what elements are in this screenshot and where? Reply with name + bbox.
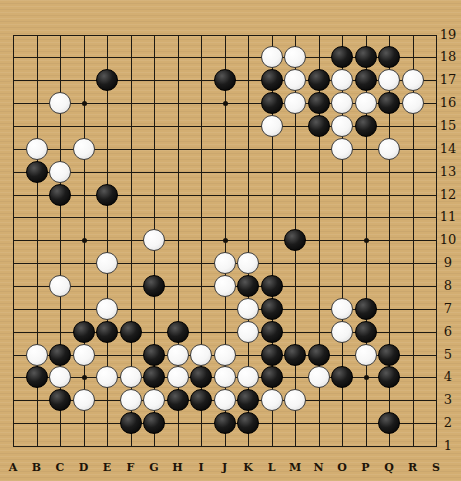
white-stone <box>96 298 118 320</box>
black-stone <box>378 412 400 434</box>
star-point <box>82 101 87 106</box>
black-stone <box>120 412 142 434</box>
white-stone <box>214 252 236 274</box>
white-stone <box>331 298 353 320</box>
black-stone <box>49 389 71 411</box>
white-stone <box>284 46 306 68</box>
row-label: 17 <box>438 72 458 88</box>
row-label: 14 <box>438 141 458 157</box>
column-label: B <box>29 461 45 475</box>
black-stone <box>190 389 212 411</box>
white-stone <box>284 389 306 411</box>
black-stone <box>49 184 71 206</box>
white-stone <box>331 138 353 160</box>
black-stone <box>237 412 259 434</box>
row-label: 12 <box>438 187 458 203</box>
white-stone <box>331 69 353 91</box>
white-stone <box>308 366 330 388</box>
white-stone <box>331 321 353 343</box>
white-stone <box>143 389 165 411</box>
column-label: N <box>311 461 327 475</box>
black-stone <box>378 344 400 366</box>
column-label: J <box>217 461 233 475</box>
white-stone <box>284 69 306 91</box>
black-stone <box>355 46 377 68</box>
column-label: I <box>193 461 209 475</box>
go-board[interactable]: ABCDEFGHIJKLMNOPQRS 19181716151413121110… <box>0 0 461 481</box>
column-label: P <box>358 461 374 475</box>
black-stone <box>261 366 283 388</box>
star-point <box>82 238 87 243</box>
black-stone <box>284 344 306 366</box>
row-label: 10 <box>438 232 458 248</box>
white-stone <box>73 344 95 366</box>
white-stone <box>120 366 142 388</box>
column-label: E <box>99 461 115 475</box>
grid-vline <box>436 35 437 447</box>
black-stone <box>26 366 48 388</box>
black-stone <box>355 69 377 91</box>
white-stone <box>190 344 212 366</box>
row-label: 9 <box>438 255 458 271</box>
row-label: 5 <box>438 347 458 363</box>
white-stone <box>378 138 400 160</box>
white-stone <box>214 366 236 388</box>
black-stone <box>237 275 259 297</box>
black-stone <box>378 92 400 114</box>
row-label: 13 <box>438 164 458 180</box>
black-stone <box>96 321 118 343</box>
black-stone <box>261 344 283 366</box>
white-stone <box>167 344 189 366</box>
column-label: F <box>123 461 139 475</box>
column-label: R <box>405 461 421 475</box>
black-stone <box>26 161 48 183</box>
black-stone <box>331 366 353 388</box>
star-point <box>223 101 228 106</box>
grid-hline <box>13 446 437 447</box>
black-stone <box>143 344 165 366</box>
column-label: G <box>146 461 162 475</box>
white-stone <box>237 321 259 343</box>
black-stone <box>355 298 377 320</box>
black-stone <box>378 366 400 388</box>
row-label: 18 <box>438 49 458 65</box>
column-label: S <box>428 461 444 475</box>
black-stone <box>355 115 377 137</box>
star-point <box>82 375 87 380</box>
column-label: O <box>334 461 350 475</box>
white-stone <box>237 252 259 274</box>
black-stone <box>190 366 212 388</box>
black-stone <box>308 344 330 366</box>
white-stone <box>261 389 283 411</box>
black-stone <box>261 321 283 343</box>
black-stone <box>143 412 165 434</box>
black-stone <box>308 92 330 114</box>
row-label: 16 <box>438 95 458 111</box>
column-label: M <box>287 461 303 475</box>
white-stone <box>49 92 71 114</box>
row-label: 15 <box>438 118 458 134</box>
black-stone <box>143 275 165 297</box>
white-stone <box>26 138 48 160</box>
white-stone <box>331 115 353 137</box>
black-stone <box>167 389 189 411</box>
black-stone <box>261 92 283 114</box>
column-label: D <box>76 461 92 475</box>
column-label: H <box>170 461 186 475</box>
white-stone <box>167 366 189 388</box>
white-stone <box>120 389 142 411</box>
star-point <box>223 238 228 243</box>
white-stone <box>378 69 400 91</box>
white-stone <box>214 275 236 297</box>
white-stone <box>26 344 48 366</box>
white-stone <box>73 389 95 411</box>
column-label: A <box>5 461 21 475</box>
white-stone <box>49 275 71 297</box>
white-stone <box>143 229 165 251</box>
white-stone <box>355 92 377 114</box>
black-stone <box>73 321 95 343</box>
white-stone <box>355 344 377 366</box>
column-label: C <box>52 461 68 475</box>
white-stone <box>49 161 71 183</box>
black-stone <box>143 366 165 388</box>
row-label: 7 <box>438 301 458 317</box>
white-stone <box>261 115 283 137</box>
black-stone <box>49 344 71 366</box>
black-stone <box>120 321 142 343</box>
white-stone <box>96 366 118 388</box>
black-stone <box>214 412 236 434</box>
black-stone <box>331 46 353 68</box>
row-label: 19 <box>438 27 458 43</box>
white-stone <box>214 389 236 411</box>
column-label: L <box>264 461 280 475</box>
column-label: Q <box>381 461 397 475</box>
white-stone <box>237 298 259 320</box>
row-label: 2 <box>438 415 458 431</box>
black-stone <box>378 46 400 68</box>
white-stone <box>402 92 424 114</box>
row-label: 6 <box>438 324 458 340</box>
white-stone <box>73 138 95 160</box>
white-stone <box>237 366 259 388</box>
column-label: K <box>240 461 256 475</box>
white-stone <box>214 344 236 366</box>
white-stone <box>331 92 353 114</box>
black-stone <box>261 69 283 91</box>
black-stone <box>308 69 330 91</box>
star-point <box>364 238 369 243</box>
row-label: 3 <box>438 392 458 408</box>
black-stone <box>237 389 259 411</box>
white-stone <box>261 46 283 68</box>
row-label: 8 <box>438 278 458 294</box>
black-stone <box>308 115 330 137</box>
black-stone <box>355 321 377 343</box>
black-stone <box>284 229 306 251</box>
black-stone <box>167 321 189 343</box>
row-label: 4 <box>438 369 458 385</box>
black-stone <box>261 275 283 297</box>
row-label: 1 <box>438 438 458 454</box>
white-stone <box>49 366 71 388</box>
black-stone <box>214 69 236 91</box>
black-stone <box>261 298 283 320</box>
star-point <box>364 375 369 380</box>
white-stone <box>96 252 118 274</box>
row-label: 11 <box>438 209 458 225</box>
black-stone <box>96 184 118 206</box>
black-stone <box>96 69 118 91</box>
white-stone <box>402 69 424 91</box>
white-stone <box>284 92 306 114</box>
